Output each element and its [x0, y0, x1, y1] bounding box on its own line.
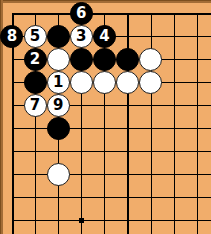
stone-white-move-9: 9: [47, 94, 70, 117]
stone-black: [24, 71, 47, 94]
stone-black: [93, 48, 116, 71]
stone-white: [139, 71, 162, 94]
stone-white-move-7: 7: [24, 94, 47, 117]
stone-number: 1: [53, 75, 63, 90]
stone-number: 8: [7, 29, 17, 44]
stone-white: [139, 48, 162, 71]
stone-number: 3: [76, 29, 86, 44]
stone-black: [47, 25, 70, 48]
stone-black-move-6: 6: [70, 2, 93, 25]
stone-white: [116, 71, 139, 94]
stone-black-move-8: 8: [0, 25, 23, 48]
stone-black-move-4: 4: [93, 25, 116, 48]
stone-white-move-5: 5: [24, 25, 47, 48]
stone-white: [47, 48, 70, 71]
stone-number: 2: [30, 52, 40, 67]
stone-number: 5: [30, 29, 40, 44]
stone-number: 7: [30, 98, 40, 113]
stone-number: 4: [99, 29, 109, 44]
stone-black-move-2: 2: [24, 48, 47, 71]
stone-white-move-3: 3: [70, 25, 93, 48]
stone-black: [70, 48, 93, 71]
stone-number: 9: [53, 98, 63, 113]
stone-white: [93, 71, 116, 94]
stone-white: [70, 71, 93, 94]
stone-white: [47, 163, 70, 186]
go-board-diagram: 685342179: [0, 0, 211, 234]
stone-layer: 685342179: [0, 2, 208, 232]
stone-black: [47, 117, 70, 140]
stone-number: 6: [76, 6, 86, 21]
stone-white-move-1: 1: [47, 71, 70, 94]
star-point: [79, 218, 84, 223]
stone-black: [116, 48, 139, 71]
